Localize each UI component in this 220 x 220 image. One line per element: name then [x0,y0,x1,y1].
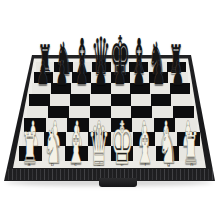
black-pawn-icon: ♟ [75,56,87,89]
white-bishop-icon: ♝ [66,120,86,171]
black-pawn-icon: ♟ [95,56,107,89]
black-pawn-icon: ♟ [114,56,126,89]
black-pawn-icon: ♟ [133,56,145,89]
white-king-icon: ♚ [110,114,133,174]
white-knight-icon: ♞ [158,123,177,171]
pieces-layer: ♜♞♝♛♚♝♞♜♟♟♟♟♟♟♟♟♟♟♟♟♟♟♟♟♜♞♝♛♚♝♞♜ [0,0,220,220]
white-rook-icon: ♜ [22,127,39,170]
black-pawn-icon: ♟ [56,56,68,89]
white-rook-icon: ♜ [182,127,199,170]
black-pawn-icon: ♟ [152,56,164,89]
chess-set-photo: abcdefgh ♜♞♝♛♚♝♞♜♟♟♟♟♟♟♟♟♟♟♟♟♟♟♟♟♜♞♝♛♚♝♞… [0,0,220,220]
black-pawn-icon: ♟ [37,56,49,89]
white-queen-icon: ♛ [88,116,110,172]
white-bishop-icon: ♝ [135,120,155,171]
white-knight-icon: ♞ [44,123,63,171]
black-pawn-icon: ♟ [172,56,184,89]
